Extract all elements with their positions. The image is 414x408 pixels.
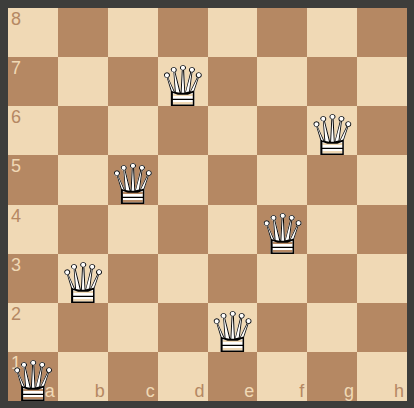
rank-label-7: 7 <box>11 59 21 77</box>
file-label-f: f <box>299 382 304 400</box>
square-d8[interactable] <box>158 8 208 57</box>
square-a3[interactable]: 3 <box>8 254 58 303</box>
rank-label-4: 4 <box>11 207 21 225</box>
square-h2[interactable] <box>357 303 407 352</box>
square-h5[interactable] <box>357 155 407 204</box>
square-g1[interactable]: g <box>307 352 357 401</box>
square-e5[interactable] <box>208 155 258 204</box>
square-a5[interactable]: 5 <box>8 155 58 204</box>
square-f4[interactable]: ♛♕ <box>257 205 307 254</box>
file-label-c: c <box>146 382 155 400</box>
square-a1[interactable]: 1a♛♕ <box>8 352 58 401</box>
square-d4[interactable] <box>158 205 208 254</box>
white-queen-piece[interactable]: ♛♕ <box>307 108 357 157</box>
file-label-g: g <box>344 382 354 400</box>
rank-label-3: 3 <box>11 256 21 274</box>
square-d1[interactable]: d <box>158 352 208 401</box>
square-c6[interactable] <box>108 106 158 155</box>
white-queen-outline-glyph: ♕ <box>158 59 208 108</box>
white-queen-outline-glyph: ♕ <box>257 207 307 256</box>
square-g8[interactable] <box>307 8 357 57</box>
square-d5[interactable] <box>158 155 208 204</box>
white-queen-outline-glyph: ♕ <box>307 108 357 157</box>
square-d7[interactable]: ♛♕ <box>158 57 208 106</box>
white-queen-piece[interactable]: ♛♕ <box>108 157 158 206</box>
white-queen-outline-glyph: ♕ <box>8 354 58 403</box>
square-d2[interactable] <box>158 303 208 352</box>
square-f5[interactable] <box>257 155 307 204</box>
square-b4[interactable] <box>58 205 108 254</box>
square-a7[interactable]: 7 <box>8 57 58 106</box>
square-g6[interactable]: ♛♕ <box>307 106 357 155</box>
file-label-b: b <box>95 382 105 400</box>
square-c8[interactable] <box>108 8 158 57</box>
square-h4[interactable] <box>357 205 407 254</box>
square-e2[interactable]: ♛♕ <box>208 303 258 352</box>
square-h1[interactable]: h <box>357 352 407 401</box>
square-d3[interactable] <box>158 254 208 303</box>
square-a2[interactable]: 2 <box>8 303 58 352</box>
square-c1[interactable]: c <box>108 352 158 401</box>
square-e4[interactable] <box>208 205 258 254</box>
square-b7[interactable] <box>58 57 108 106</box>
white-queen-piece[interactable]: ♛♕ <box>158 59 208 108</box>
square-f6[interactable] <box>257 106 307 155</box>
white-queen-piece[interactable]: ♛♕ <box>8 354 58 403</box>
square-b3[interactable]: ♛♕ <box>58 254 108 303</box>
square-g3[interactable] <box>307 254 357 303</box>
square-g4[interactable] <box>307 205 357 254</box>
square-e3[interactable] <box>208 254 258 303</box>
square-h3[interactable] <box>357 254 407 303</box>
square-c2[interactable] <box>108 303 158 352</box>
square-b8[interactable] <box>58 8 108 57</box>
square-f8[interactable] <box>257 8 307 57</box>
square-h8[interactable] <box>357 8 407 57</box>
square-c7[interactable] <box>108 57 158 106</box>
square-e8[interactable] <box>208 8 258 57</box>
square-c3[interactable] <box>108 254 158 303</box>
square-a6[interactable]: 6 <box>8 106 58 155</box>
square-g2[interactable] <box>307 303 357 352</box>
square-b5[interactable] <box>58 155 108 204</box>
square-g7[interactable] <box>307 57 357 106</box>
file-label-e: e <box>244 382 254 400</box>
square-b6[interactable] <box>58 106 108 155</box>
square-e7[interactable] <box>208 57 258 106</box>
chess-board: 87♛♕6♛♕5♛♕4♛♕3♛♕2♛♕1a♛♕bcdefgh <box>8 8 407 401</box>
square-h6[interactable] <box>357 106 407 155</box>
rank-label-2: 2 <box>11 305 21 323</box>
rank-label-5: 5 <box>11 157 21 175</box>
square-f1[interactable]: f <box>257 352 307 401</box>
file-label-d: d <box>194 382 204 400</box>
rank-label-8: 8 <box>11 10 21 28</box>
chess-board-frame: 87♛♕6♛♕5♛♕4♛♕3♛♕2♛♕1a♛♕bcdefgh <box>0 0 414 408</box>
white-queen-outline-glyph: ♕ <box>58 256 108 305</box>
white-queen-outline-glyph: ♕ <box>208 305 258 354</box>
square-h7[interactable] <box>357 57 407 106</box>
white-queen-piece[interactable]: ♛♕ <box>257 207 307 256</box>
square-a8[interactable]: 8 <box>8 8 58 57</box>
square-f2[interactable] <box>257 303 307 352</box>
white-queen-piece[interactable]: ♛♕ <box>208 305 258 354</box>
white-queen-outline-glyph: ♕ <box>108 157 158 206</box>
square-f7[interactable] <box>257 57 307 106</box>
square-a4[interactable]: 4 <box>8 205 58 254</box>
square-b1[interactable]: b <box>58 352 108 401</box>
file-label-h: h <box>394 382 404 400</box>
white-queen-piece[interactable]: ♛♕ <box>58 256 108 305</box>
square-e6[interactable] <box>208 106 258 155</box>
rank-label-6: 6 <box>11 108 21 126</box>
square-c5[interactable]: ♛♕ <box>108 155 158 204</box>
